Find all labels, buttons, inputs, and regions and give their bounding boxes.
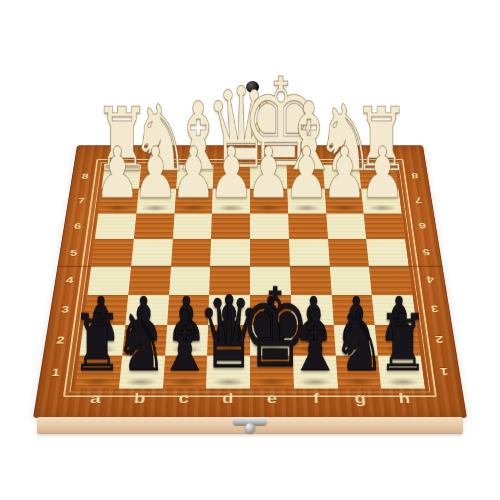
square-b3[interactable] — [125, 295, 169, 325]
file-label-b: b — [126, 390, 153, 407]
square-e3[interactable] — [250, 295, 292, 325]
board-side-edge — [37, 417, 463, 434]
square-c7[interactable] — [174, 188, 213, 213]
rank-label-left-7: 7 — [71, 196, 93, 205]
square-g7[interactable] — [324, 188, 364, 213]
square-e4[interactable] — [250, 266, 291, 294]
square-f1[interactable] — [293, 356, 338, 389]
rank-label-right-6: 6 — [411, 221, 433, 231]
square-e8[interactable] — [250, 165, 287, 189]
square-g3[interactable] — [331, 295, 375, 325]
square-b5[interactable] — [131, 239, 173, 266]
file-label-h: h — [391, 390, 419, 407]
rank-label-right-1: 1 — [432, 365, 457, 377]
square-g2[interactable] — [333, 325, 378, 356]
square-e1[interactable] — [250, 356, 294, 389]
square-f8[interactable] — [286, 165, 324, 189]
chess-set-photo: 8877665544332211abcdefgh ♜♞♝♛♚♝♞♜♟♟♟♟♟♟♟… — [0, 0, 500, 500]
square-a4[interactable] — [87, 266, 130, 294]
square-d1[interactable] — [206, 356, 250, 389]
square-c6[interactable] — [172, 213, 212, 239]
file-label-f: f — [303, 390, 329, 407]
square-h6[interactable] — [364, 213, 405, 239]
square-b1[interactable] — [119, 356, 165, 389]
chess-board: 8877665544332211abcdefgh ♜♞♝♛♚♝♞♜♟♟♟♟♟♟♟… — [33, 145, 467, 418]
square-b6[interactable] — [134, 213, 175, 239]
rank-label-right-3: 3 — [423, 303, 447, 314]
square-a2[interactable] — [79, 325, 125, 356]
square-h4[interactable] — [369, 266, 412, 294]
file-label-d: d — [215, 390, 241, 407]
square-f4[interactable] — [290, 266, 332, 294]
rank-label-left-1: 1 — [43, 365, 68, 377]
square-c8[interactable] — [176, 165, 214, 189]
square-a1[interactable] — [75, 356, 122, 389]
square-f6[interactable] — [288, 213, 328, 239]
fold-seam — [57, 266, 442, 268]
clasp-knob — [245, 423, 255, 433]
square-f7[interactable] — [287, 188, 326, 213]
square-h7[interactable] — [361, 188, 401, 213]
square-a7[interactable] — [98, 188, 138, 213]
hinge-knob-icon — [246, 81, 259, 93]
rank-label-left-3: 3 — [53, 303, 77, 314]
square-c1[interactable] — [162, 356, 207, 389]
rank-label-left-2: 2 — [48, 334, 72, 346]
square-d5[interactable] — [210, 239, 250, 266]
square-e7[interactable] — [250, 188, 288, 213]
square-d6[interactable] — [211, 213, 250, 239]
square-d4[interactable] — [209, 266, 250, 294]
rank-label-right-2: 2 — [427, 334, 451, 346]
square-d2[interactable] — [207, 325, 250, 356]
square-f3[interactable] — [291, 295, 334, 325]
square-g4[interactable] — [329, 266, 372, 294]
square-g6[interactable] — [326, 213, 367, 239]
square-h1[interactable] — [378, 356, 425, 389]
square-d3[interactable] — [208, 295, 250, 325]
square-a5[interactable] — [91, 239, 133, 266]
square-a6[interactable] — [95, 213, 136, 239]
square-b4[interactable] — [128, 266, 171, 294]
square-h2[interactable] — [375, 325, 421, 356]
rank-label-left-5: 5 — [62, 247, 85, 257]
square-g1[interactable] — [335, 356, 381, 389]
square-e6[interactable] — [250, 213, 289, 239]
rank-label-right-4: 4 — [419, 275, 442, 286]
file-label-c: c — [171, 390, 197, 407]
rank-label-right-7: 7 — [408, 196, 430, 205]
square-h5[interactable] — [366, 239, 408, 266]
rank-label-left-8: 8 — [75, 172, 96, 181]
square-c3[interactable] — [167, 295, 210, 325]
square-c5[interactable] — [171, 239, 212, 266]
rank-label-right-5: 5 — [415, 247, 438, 257]
rank-label-left-6: 6 — [67, 221, 89, 231]
file-label-g: g — [347, 390, 374, 407]
square-h3[interactable] — [372, 295, 417, 325]
square-e5[interactable] — [250, 239, 290, 266]
square-d7[interactable] — [212, 188, 250, 213]
square-b2[interactable] — [122, 325, 167, 356]
square-a3[interactable] — [83, 295, 128, 325]
square-b8[interactable] — [139, 165, 178, 189]
square-a8[interactable] — [102, 165, 141, 189]
board-squares — [75, 165, 425, 389]
square-g5[interactable] — [328, 239, 370, 266]
square-d8[interactable] — [213, 165, 250, 189]
square-c2[interactable] — [165, 325, 209, 356]
square-b7[interactable] — [136, 188, 176, 213]
rank-label-right-8: 8 — [404, 172, 425, 181]
square-f5[interactable] — [289, 239, 330, 266]
rank-label-left-4: 4 — [58, 275, 81, 286]
file-label-a: a — [82, 390, 110, 407]
square-h8[interactable] — [359, 165, 398, 189]
file-label-e: e — [259, 390, 285, 407]
square-e2[interactable] — [250, 325, 293, 356]
square-f2[interactable] — [292, 325, 336, 356]
square-g8[interactable] — [323, 165, 362, 189]
square-c4[interactable] — [169, 266, 211, 294]
